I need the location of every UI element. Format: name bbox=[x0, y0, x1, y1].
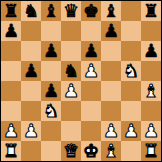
square-d6[interactable] bbox=[61, 41, 81, 61]
white-pawn-h2[interactable]: ♟ bbox=[143, 121, 159, 141]
chess-board-frame: ♜♞♝♛♚♝♜♟♟♟♟♟♟♞♟♞♟♟♝♞♟♟♟♟♟♜♛♚♝♜ bbox=[0, 0, 162, 162]
square-f1[interactable]: ♝ bbox=[101, 141, 121, 161]
square-e3[interactable] bbox=[81, 101, 101, 121]
black-bishop-c8[interactable]: ♝ bbox=[43, 1, 59, 21]
square-b2[interactable]: ♟ bbox=[21, 121, 41, 141]
square-c2[interactable] bbox=[41, 121, 61, 141]
square-g6[interactable] bbox=[121, 41, 141, 61]
white-rook-a1[interactable]: ♜ bbox=[3, 141, 19, 161]
white-rook-h1[interactable]: ♜ bbox=[143, 141, 159, 161]
square-g7[interactable] bbox=[121, 21, 141, 41]
white-knight-c3[interactable]: ♞ bbox=[43, 101, 59, 121]
square-d3[interactable] bbox=[61, 101, 81, 121]
square-h6[interactable]: ♟ bbox=[141, 41, 161, 61]
black-rook-a8[interactable]: ♜ bbox=[3, 1, 19, 21]
black-pawn-c4[interactable]: ♟ bbox=[43, 81, 59, 101]
square-c1[interactable] bbox=[41, 141, 61, 161]
white-pawn-b2[interactable]: ♟ bbox=[23, 121, 39, 141]
square-h5[interactable] bbox=[141, 61, 161, 81]
square-d2[interactable] bbox=[61, 121, 81, 141]
white-bishop-h4[interactable]: ♝ bbox=[143, 81, 159, 101]
square-f7[interactable]: ♟ bbox=[101, 21, 121, 41]
white-king-e1[interactable]: ♚ bbox=[83, 141, 99, 161]
square-g4[interactable] bbox=[121, 81, 141, 101]
square-a8[interactable]: ♜ bbox=[1, 1, 21, 21]
square-a5[interactable] bbox=[1, 61, 21, 81]
square-e4[interactable] bbox=[81, 81, 101, 101]
black-bishop-f8[interactable]: ♝ bbox=[103, 1, 119, 21]
black-pawn-a7[interactable]: ♟ bbox=[3, 21, 19, 41]
square-a4[interactable] bbox=[1, 81, 21, 101]
white-bishop-f1[interactable]: ♝ bbox=[103, 141, 119, 161]
square-e2[interactable] bbox=[81, 121, 101, 141]
square-b1[interactable] bbox=[21, 141, 41, 161]
square-h7[interactable] bbox=[141, 21, 161, 41]
square-g8[interactable] bbox=[121, 1, 141, 21]
black-knight-d5[interactable]: ♞ bbox=[63, 61, 79, 81]
white-pawn-a2[interactable]: ♟ bbox=[3, 121, 19, 141]
square-e8[interactable]: ♚ bbox=[81, 1, 101, 21]
square-a2[interactable]: ♟ bbox=[1, 121, 21, 141]
square-g2[interactable]: ♟ bbox=[121, 121, 141, 141]
square-f4[interactable] bbox=[101, 81, 121, 101]
square-e7[interactable] bbox=[81, 21, 101, 41]
square-h8[interactable]: ♜ bbox=[141, 1, 161, 21]
square-h1[interactable]: ♜ bbox=[141, 141, 161, 161]
square-c7[interactable] bbox=[41, 21, 61, 41]
square-e1[interactable]: ♚ bbox=[81, 141, 101, 161]
black-pawn-e6[interactable]: ♟ bbox=[83, 41, 99, 61]
square-c3[interactable]: ♞ bbox=[41, 101, 61, 121]
square-f3[interactable] bbox=[101, 101, 121, 121]
white-queen-d1[interactable]: ♛ bbox=[63, 141, 79, 161]
black-knight-b8[interactable]: ♞ bbox=[23, 1, 39, 21]
square-g5[interactable]: ♞ bbox=[121, 61, 141, 81]
square-d4[interactable]: ♟ bbox=[61, 81, 81, 101]
square-a1[interactable]: ♜ bbox=[1, 141, 21, 161]
black-rook-h8[interactable]: ♜ bbox=[143, 1, 159, 21]
white-pawn-f2[interactable]: ♟ bbox=[103, 121, 119, 141]
white-knight-g5[interactable]: ♞ bbox=[123, 61, 139, 81]
square-g3[interactable] bbox=[121, 101, 141, 121]
chess-board: ♜♞♝♛♚♝♜♟♟♟♟♟♟♞♟♞♟♟♝♞♟♟♟♟♟♜♛♚♝♜ bbox=[1, 1, 161, 161]
square-d1[interactable]: ♛ bbox=[61, 141, 81, 161]
square-g1[interactable] bbox=[121, 141, 141, 161]
black-pawn-c6[interactable]: ♟ bbox=[43, 41, 59, 61]
square-e5[interactable]: ♟ bbox=[81, 61, 101, 81]
square-e6[interactable]: ♟ bbox=[81, 41, 101, 61]
square-f8[interactable]: ♝ bbox=[101, 1, 121, 21]
black-king-e8[interactable]: ♚ bbox=[83, 1, 99, 21]
square-a3[interactable] bbox=[1, 101, 21, 121]
white-pawn-e5[interactable]: ♟ bbox=[83, 61, 99, 81]
square-c4[interactable]: ♟ bbox=[41, 81, 61, 101]
square-a6[interactable] bbox=[1, 41, 21, 61]
square-b3[interactable] bbox=[21, 101, 41, 121]
square-a7[interactable]: ♟ bbox=[1, 21, 21, 41]
square-b8[interactable]: ♞ bbox=[21, 1, 41, 21]
square-f5[interactable] bbox=[101, 61, 121, 81]
square-f6[interactable] bbox=[101, 41, 121, 61]
white-pawn-d4[interactable]: ♟ bbox=[63, 81, 79, 101]
square-f2[interactable]: ♟ bbox=[101, 121, 121, 141]
square-b7[interactable] bbox=[21, 21, 41, 41]
square-b5[interactable]: ♟ bbox=[21, 61, 41, 81]
black-pawn-f7[interactable]: ♟ bbox=[103, 21, 119, 41]
square-h2[interactable]: ♟ bbox=[141, 121, 161, 141]
square-h3[interactable] bbox=[141, 101, 161, 121]
black-pawn-h6[interactable]: ♟ bbox=[143, 41, 159, 61]
square-d8[interactable]: ♛ bbox=[61, 1, 81, 21]
square-c8[interactable]: ♝ bbox=[41, 1, 61, 21]
white-pawn-g2[interactable]: ♟ bbox=[123, 121, 139, 141]
square-d7[interactable] bbox=[61, 21, 81, 41]
square-b4[interactable] bbox=[21, 81, 41, 101]
square-d5[interactable]: ♞ bbox=[61, 61, 81, 81]
square-b6[interactable] bbox=[21, 41, 41, 61]
black-queen-d8[interactable]: ♛ bbox=[63, 1, 79, 21]
black-pawn-b5[interactable]: ♟ bbox=[23, 61, 39, 81]
square-c5[interactable] bbox=[41, 61, 61, 81]
square-h4[interactable]: ♝ bbox=[141, 81, 161, 101]
square-c6[interactable]: ♟ bbox=[41, 41, 61, 61]
